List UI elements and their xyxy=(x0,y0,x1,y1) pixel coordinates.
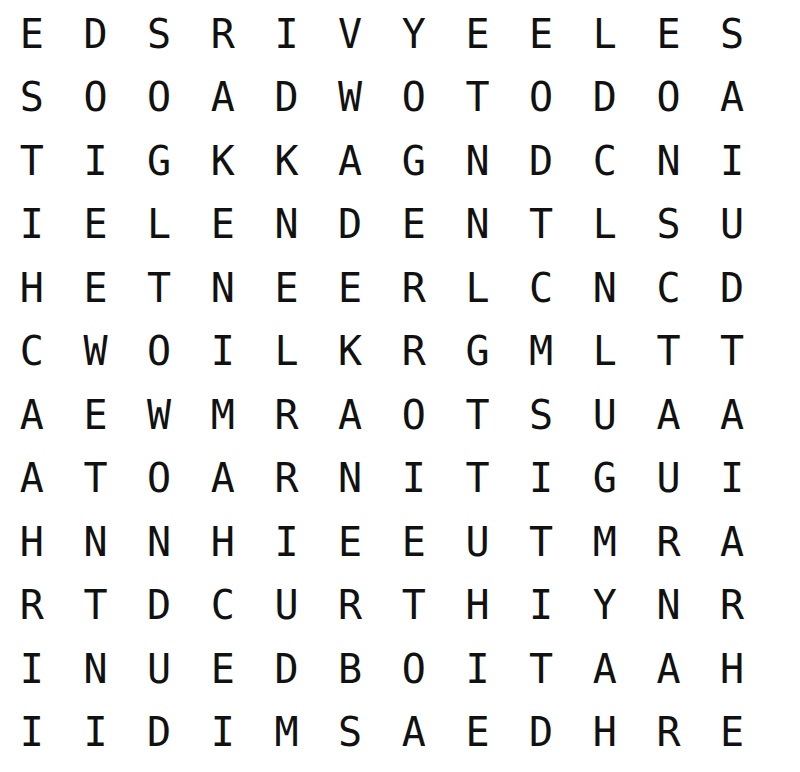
grid-cell-r7c5[interactable]: R xyxy=(255,383,319,447)
grid-cell-r2c7[interactable]: O xyxy=(382,66,446,130)
grid-cell-r9c8[interactable]: U xyxy=(446,510,510,574)
grid-cell-r2c1[interactable]: S xyxy=(0,66,64,130)
grid-cell-r1c5[interactable]: I xyxy=(255,2,319,66)
grid-cell-r11c7[interactable]: O xyxy=(382,637,446,701)
grid-cell-r5c3[interactable]: T xyxy=(127,256,191,320)
word-search-grid: EDSRIVYEELESSOOADWOTODOATIGKKAGNDCNIIELE… xyxy=(0,0,800,772)
grid-cell-r11c4[interactable]: E xyxy=(191,637,255,701)
grid-cell-r12c1[interactable]: I xyxy=(0,701,64,765)
grid-cell-r2c6[interactable]: W xyxy=(318,66,382,130)
grid-cell-r11c10[interactable]: A xyxy=(573,637,637,701)
grid-cell-r7c12[interactable]: A xyxy=(700,383,764,447)
grid-cell-r7c7[interactable]: O xyxy=(382,383,446,447)
grid-cell-r12c5[interactable]: M xyxy=(255,701,319,765)
grid-cell-r10c6[interactable]: R xyxy=(318,574,382,638)
grid-cell-r4c1[interactable]: I xyxy=(0,193,64,257)
grid-cell-r12c7[interactable]: A xyxy=(382,701,446,765)
grid-cell-r1c2[interactable]: D xyxy=(64,2,128,66)
grid-cell-r1c8[interactable]: E xyxy=(446,2,510,66)
grid-cell-r12c2[interactable]: I xyxy=(64,701,128,765)
grid-cell-r1c4[interactable]: R xyxy=(191,2,255,66)
grid-cell-r5c8[interactable]: L xyxy=(446,256,510,320)
grid-cell-r11c6[interactable]: B xyxy=(318,637,382,701)
grid-cell-r7c2[interactable]: E xyxy=(64,383,128,447)
grid-cell-r6c8[interactable]: G xyxy=(446,320,510,384)
grid-cell-r9c2[interactable]: N xyxy=(64,510,128,574)
grid-cell-r5c9[interactable]: C xyxy=(509,256,573,320)
grid-cell-r5c6[interactable]: E xyxy=(318,256,382,320)
grid-cell-r8c7[interactable]: I xyxy=(382,447,446,511)
grid-cell-r5c11[interactable]: C xyxy=(637,256,701,320)
grid-cell-r6c9[interactable]: M xyxy=(509,320,573,384)
grid-cell-r9c6[interactable]: E xyxy=(318,510,382,574)
grid-cell-r4c2[interactable]: E xyxy=(64,193,128,257)
grid-cell-r6c10[interactable]: L xyxy=(573,320,637,384)
grid-cell-r5c4[interactable]: N xyxy=(191,256,255,320)
grid-cell-r5c5[interactable]: E xyxy=(255,256,319,320)
grid-cell-r5c7[interactable]: R xyxy=(382,256,446,320)
grid-cell-r11c11[interactable]: A xyxy=(637,637,701,701)
grid-cell-r9c10[interactable]: M xyxy=(573,510,637,574)
grid-cell-r1c6[interactable]: V xyxy=(318,2,382,66)
grid-cell-r6c12[interactable]: T xyxy=(700,320,764,384)
grid-cell-r1c3[interactable]: S xyxy=(127,2,191,66)
grid-cell-r10c12[interactable]: R xyxy=(700,574,764,638)
grid-cell-r7c11[interactable]: A xyxy=(637,383,701,447)
grid-cell-r3c10[interactable]: C xyxy=(573,129,637,193)
grid-cell-r12c9[interactable]: D xyxy=(509,701,573,765)
grid-cell-r3c9[interactable]: D xyxy=(509,129,573,193)
grid-cell-r10c10[interactable]: Y xyxy=(573,574,637,638)
grid-cell-r9c9[interactable]: T xyxy=(509,510,573,574)
grid-cell-r2c3[interactable]: O xyxy=(127,66,191,130)
grid-cell-r4c8[interactable]: N xyxy=(446,193,510,257)
grid-cell-r8c6[interactable]: N xyxy=(318,447,382,511)
grid-cell-r8c8[interactable]: T xyxy=(446,447,510,511)
grid-cell-r2c12[interactable]: A xyxy=(700,66,764,130)
grid-cell-r11c8[interactable]: I xyxy=(446,637,510,701)
grid-cell-r6c7[interactable]: R xyxy=(382,320,446,384)
grid-cell-r4c5[interactable]: N xyxy=(255,193,319,257)
grid-cell-r12c8[interactable]: E xyxy=(446,701,510,765)
grid-cell-r4c9[interactable]: T xyxy=(509,193,573,257)
grid-cell-r9c12[interactable]: A xyxy=(700,510,764,574)
grid-cell-r10c2[interactable]: T xyxy=(64,574,128,638)
grid-cell-r10c1[interactable]: R xyxy=(0,574,64,638)
grid-cell-r12c12[interactable]: E xyxy=(700,701,764,765)
grid-cell-r4c4[interactable]: E xyxy=(191,193,255,257)
grid-cell-r5c1[interactable]: H xyxy=(0,256,64,320)
grid-cell-r2c5[interactable]: D xyxy=(255,66,319,130)
grid-cell-r8c9[interactable]: I xyxy=(509,447,573,511)
grid-cell-r6c5[interactable]: L xyxy=(255,320,319,384)
grid-cell-r4c10[interactable]: L xyxy=(573,193,637,257)
grid-cell-r6c3[interactable]: O xyxy=(127,320,191,384)
grid-cell-r6c4[interactable]: I xyxy=(191,320,255,384)
grid-cell-r9c11[interactable]: R xyxy=(637,510,701,574)
grid-cell-r8c4[interactable]: A xyxy=(191,447,255,511)
grid-cell-r8c2[interactable]: T xyxy=(64,447,128,511)
grid-cell-r9c1[interactable]: H xyxy=(0,510,64,574)
grid-cell-r7c4[interactable]: M xyxy=(191,383,255,447)
grid-cell-r7c9[interactable]: S xyxy=(509,383,573,447)
grid-cell-r10c3[interactable]: D xyxy=(127,574,191,638)
grid-cell-r6c1[interactable]: C xyxy=(0,320,64,384)
grid-cell-r7c1[interactable]: A xyxy=(0,383,64,447)
grid-cell-r2c8[interactable]: T xyxy=(446,66,510,130)
grid-cell-r10c9[interactable]: I xyxy=(509,574,573,638)
grid-cell-r12c4[interactable]: I xyxy=(191,701,255,765)
grid-cell-r1c11[interactable]: E xyxy=(637,2,701,66)
grid-cell-r3c6[interactable]: A xyxy=(318,129,382,193)
grid-cell-r4c12[interactable]: U xyxy=(700,193,764,257)
grid-cell-r4c7[interactable]: E xyxy=(382,193,446,257)
grid-cell-r2c9[interactable]: O xyxy=(509,66,573,130)
grid-cell-r3c1[interactable]: T xyxy=(0,129,64,193)
grid-cell-r1c10[interactable]: L xyxy=(573,2,637,66)
grid-cell-r2c2[interactable]: O xyxy=(64,66,128,130)
grid-cell-r5c10[interactable]: N xyxy=(573,256,637,320)
grid-cell-r10c11[interactable]: N xyxy=(637,574,701,638)
grid-cell-r4c6[interactable]: D xyxy=(318,193,382,257)
grid-cell-r10c8[interactable]: H xyxy=(446,574,510,638)
grid-cell-r2c11[interactable]: O xyxy=(637,66,701,130)
grid-cell-r7c3[interactable]: W xyxy=(127,383,191,447)
grid-cell-r3c7[interactable]: G xyxy=(382,129,446,193)
grid-cell-r3c11[interactable]: N xyxy=(637,129,701,193)
grid-cell-r6c6[interactable]: K xyxy=(318,320,382,384)
grid-cell-r2c4[interactable]: A xyxy=(191,66,255,130)
grid-cell-r11c12[interactable]: H xyxy=(700,637,764,701)
grid-cell-r8c10[interactable]: G xyxy=(573,447,637,511)
grid-cell-r1c1[interactable]: E xyxy=(0,2,64,66)
grid-cell-r3c3[interactable]: G xyxy=(127,129,191,193)
grid-cell-r12c3[interactable]: D xyxy=(127,701,191,765)
grid-cell-r10c4[interactable]: C xyxy=(191,574,255,638)
grid-cell-r11c5[interactable]: D xyxy=(255,637,319,701)
grid-cell-r10c7[interactable]: T xyxy=(382,574,446,638)
grid-cell-r4c3[interactable]: L xyxy=(127,193,191,257)
grid-cell-r11c1[interactable]: I xyxy=(0,637,64,701)
grid-cell-r9c3[interactable]: N xyxy=(127,510,191,574)
grid-cell-r3c5[interactable]: K xyxy=(255,129,319,193)
grid-cell-r12c6[interactable]: S xyxy=(318,701,382,765)
grid-cell-r1c12[interactable]: S xyxy=(700,2,764,66)
grid-cell-r10c5[interactable]: U xyxy=(255,574,319,638)
grid-cell-r6c11[interactable]: T xyxy=(637,320,701,384)
grid-cell-r8c1[interactable]: A xyxy=(0,447,64,511)
grid-cell-r3c2[interactable]: I xyxy=(64,129,128,193)
grid-cell-r3c4[interactable]: K xyxy=(191,129,255,193)
grid-cell-r8c5[interactable]: R xyxy=(255,447,319,511)
grid-cell-r11c3[interactable]: U xyxy=(127,637,191,701)
grid-cell-r3c8[interactable]: N xyxy=(446,129,510,193)
grid-cell-r11c9[interactable]: T xyxy=(509,637,573,701)
grid-cell-r6c2[interactable]: W xyxy=(64,320,128,384)
grid-cell-r4c11[interactable]: S xyxy=(637,193,701,257)
grid-cell-r7c6[interactable]: A xyxy=(318,383,382,447)
grid-cell-r11c2[interactable]: N xyxy=(64,637,128,701)
grid-cell-r8c11[interactable]: U xyxy=(637,447,701,511)
grid-cell-r8c3[interactable]: O xyxy=(127,447,191,511)
grid-cell-r9c4[interactable]: H xyxy=(191,510,255,574)
grid-cell-r7c10[interactable]: U xyxy=(573,383,637,447)
grid-cell-r7c8[interactable]: T xyxy=(446,383,510,447)
grid-cell-r3c12[interactable]: I xyxy=(700,129,764,193)
grid-cell-r5c12[interactable]: D xyxy=(700,256,764,320)
grid-cell-r1c7[interactable]: Y xyxy=(382,2,446,66)
grid-cell-r5c2[interactable]: E xyxy=(64,256,128,320)
grid-cell-r8c12[interactable]: I xyxy=(700,447,764,511)
grid-cell-r1c9[interactable]: E xyxy=(509,2,573,66)
grid-cell-r12c11[interactable]: R xyxy=(637,701,701,765)
grid-cell-r2c10[interactable]: D xyxy=(573,66,637,130)
word-search-board: EDSRIVYEELESSOOADWOTODOATIGKKAGNDCNIIELE… xyxy=(0,0,800,772)
grid-cell-r9c7[interactable]: E xyxy=(382,510,446,574)
grid-cell-r12c10[interactable]: H xyxy=(573,701,637,765)
grid-cell-r9c5[interactable]: I xyxy=(255,510,319,574)
